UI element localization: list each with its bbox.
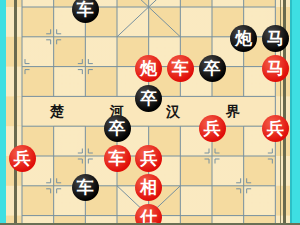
piece-label: 炮 bbox=[140, 60, 157, 77]
piece-label: 兵 bbox=[140, 150, 157, 167]
piece-black-chariot[interactable]: 车 bbox=[72, 174, 99, 201]
piece-red-horse[interactable]: 马 bbox=[262, 55, 289, 82]
piece-label: 相 bbox=[140, 179, 157, 196]
piece-red-soldier[interactable]: 兵 bbox=[199, 115, 226, 142]
piece-black-horse[interactable]: 马 bbox=[262, 25, 289, 52]
piece-red-soldier[interactable]: 兵 bbox=[262, 115, 289, 142]
piece-red-chariot[interactable]: 车 bbox=[104, 145, 131, 172]
piece-label: 卒 bbox=[140, 90, 157, 107]
piece-label: 兵 bbox=[267, 120, 284, 137]
river-label-2: 汉 bbox=[166, 103, 180, 121]
piece-label: 炮 bbox=[235, 30, 252, 47]
piece-label: 马 bbox=[267, 60, 284, 77]
piece-label: 车 bbox=[77, 1, 94, 18]
piece-black-chariot[interactable]: 车 bbox=[72, 0, 99, 23]
piece-label: 兵 bbox=[204, 120, 221, 137]
piece-red-soldier[interactable]: 兵 bbox=[135, 145, 162, 172]
piece-label: 车 bbox=[77, 179, 94, 196]
window-bottom-edge bbox=[0, 223, 300, 225]
piece-red-chariot[interactable]: 车 bbox=[167, 55, 194, 82]
river-label-3: 界 bbox=[226, 103, 240, 121]
piece-label: 卒 bbox=[204, 60, 221, 77]
piece-black-soldier[interactable]: 卒 bbox=[199, 55, 226, 82]
xiangqi-game-window: 楚河汉界 车炮马卒卒卒车炮车马兵兵兵车兵相仕 bbox=[0, 0, 300, 225]
piece-label: 车 bbox=[109, 150, 126, 167]
piece-red-soldier[interactable]: 兵 bbox=[9, 145, 36, 172]
piece-red-advisor[interactable]: 仕 bbox=[135, 204, 162, 225]
piece-label: 兵 bbox=[14, 150, 31, 167]
board-border-left bbox=[14, 0, 17, 225]
piece-label: 马 bbox=[267, 30, 284, 47]
piece-label: 卒 bbox=[109, 120, 126, 137]
window-edge-shade bbox=[290, 0, 292, 225]
piece-black-soldier[interactable]: 卒 bbox=[104, 115, 131, 142]
piece-black-soldier[interactable]: 卒 bbox=[135, 85, 162, 112]
piece-label: 车 bbox=[172, 60, 189, 77]
river-label-0: 楚 bbox=[50, 103, 64, 121]
